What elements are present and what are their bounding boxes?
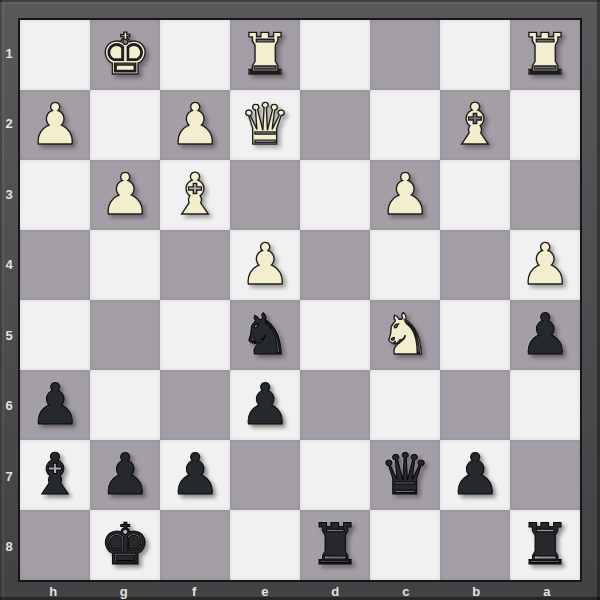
square-f4[interactable] [160,230,230,300]
square-d5[interactable] [300,300,370,370]
square-f1[interactable] [160,20,230,90]
rank-label-2: 2 [0,89,18,160]
square-a5[interactable]: ♟ [510,300,580,370]
square-e7[interactable] [230,440,300,510]
square-b1[interactable] [440,20,510,90]
square-f6[interactable] [160,370,230,440]
black-rook-a8[interactable]: ♜ [510,510,580,580]
square-a1[interactable]: ♜ [510,20,580,90]
square-c2[interactable] [370,90,440,160]
file-label-f: f [159,582,230,600]
square-b2[interactable]: ♝ [440,90,510,160]
white-pawn-g3[interactable]: ♟ [90,160,160,230]
square-h2[interactable]: ♟ [20,90,90,160]
square-f5[interactable] [160,300,230,370]
square-b5[interactable] [440,300,510,370]
file-label-c: c [371,582,442,600]
file-label-e: e [230,582,301,600]
white-pawn-a4[interactable]: ♟ [510,230,580,300]
rank-label-5: 5 [0,300,18,371]
rank-label-6: 6 [0,371,18,442]
white-pawn-f2[interactable]: ♟ [160,90,230,160]
square-e1[interactable]: ♜ [230,20,300,90]
square-c3[interactable]: ♟ [370,160,440,230]
square-g1[interactable]: ♚ [90,20,160,90]
square-h1[interactable] [20,20,90,90]
file-label-b: b [441,582,512,600]
square-f2[interactable]: ♟ [160,90,230,160]
file-label-g: g [89,582,160,600]
white-pawn-c3[interactable]: ♟ [370,160,440,230]
square-h3[interactable] [20,160,90,230]
square-a8[interactable]: ♜ [510,510,580,580]
rank-label-8: 8 [0,512,18,583]
square-h6[interactable]: ♟ [20,370,90,440]
white-rook-e1[interactable]: ♜ [230,20,300,90]
square-a4[interactable]: ♟ [510,230,580,300]
square-g3[interactable]: ♟ [90,160,160,230]
square-c6[interactable] [370,370,440,440]
square-d7[interactable] [300,440,370,510]
square-b3[interactable] [440,160,510,230]
white-pawn-e4[interactable]: ♟ [230,230,300,300]
square-h7[interactable]: ♝ [20,440,90,510]
black-pawn-f7[interactable]: ♟ [160,440,230,510]
square-h4[interactable] [20,230,90,300]
black-rook-d8[interactable]: ♜ [300,510,370,580]
square-c5[interactable]: ♞ [370,300,440,370]
rank-labels: 12345678 [0,18,18,582]
square-d8[interactable]: ♜ [300,510,370,580]
black-pawn-b7[interactable]: ♟ [440,440,510,510]
black-knight-e5[interactable]: ♞ [230,300,300,370]
square-g4[interactable] [90,230,160,300]
square-h8[interactable] [20,510,90,580]
square-e8[interactable] [230,510,300,580]
square-g7[interactable]: ♟ [90,440,160,510]
square-b7[interactable]: ♟ [440,440,510,510]
white-knight-c5[interactable]: ♞ [370,300,440,370]
square-c7[interactable]: ♛ [370,440,440,510]
black-pawn-g7[interactable]: ♟ [90,440,160,510]
square-d2[interactable] [300,90,370,160]
white-bishop-f3[interactable]: ♝ [160,160,230,230]
chessboard-window: 12345678 ♚♜♜♟♟♛♝♟♝♟♟♟♞♞♟♟♟♝♟♟♛♟♚♜♜ hgfed… [0,0,600,600]
black-bishop-h7[interactable]: ♝ [20,440,90,510]
square-a3[interactable] [510,160,580,230]
square-a7[interactable] [510,440,580,510]
square-g6[interactable] [90,370,160,440]
white-pawn-h2[interactable]: ♟ [20,90,90,160]
rank-label-4: 4 [0,230,18,301]
square-e2[interactable]: ♛ [230,90,300,160]
square-e5[interactable]: ♞ [230,300,300,370]
square-g2[interactable] [90,90,160,160]
square-e4[interactable]: ♟ [230,230,300,300]
square-g8[interactable]: ♚ [90,510,160,580]
square-f7[interactable]: ♟ [160,440,230,510]
square-e6[interactable]: ♟ [230,370,300,440]
square-b6[interactable] [440,370,510,440]
black-pawn-h6[interactable]: ♟ [20,370,90,440]
square-e3[interactable] [230,160,300,230]
white-bishop-b2[interactable]: ♝ [440,90,510,160]
square-c4[interactable] [370,230,440,300]
white-rook-a1[interactable]: ♜ [510,20,580,90]
square-f3[interactable]: ♝ [160,160,230,230]
board: ♚♜♜♟♟♛♝♟♝♟♟♟♞♞♟♟♟♝♟♟♛♟♚♜♜ [18,18,582,582]
file-label-h: h [18,582,89,600]
square-c8[interactable] [370,510,440,580]
square-d3[interactable] [300,160,370,230]
square-b8[interactable] [440,510,510,580]
black-king-g8[interactable]: ♚ [90,510,160,580]
square-g5[interactable] [90,300,160,370]
square-d4[interactable] [300,230,370,300]
file-labels: hgfedcba [18,582,582,600]
square-c1[interactable] [370,20,440,90]
file-label-d: d [300,582,371,600]
rank-label-7: 7 [0,441,18,512]
square-f8[interactable] [160,510,230,580]
square-a6[interactable] [510,370,580,440]
square-d1[interactable] [300,20,370,90]
rank-label-1: 1 [0,18,18,89]
square-h5[interactable] [20,300,90,370]
white-queen-e2[interactable]: ♛ [230,90,300,160]
square-b4[interactable] [440,230,510,300]
square-d6[interactable] [300,370,370,440]
white-king-g1[interactable]: ♚ [90,20,160,90]
black-pawn-e6[interactable]: ♟ [230,370,300,440]
black-queen-c7[interactable]: ♛ [370,440,440,510]
black-pawn-a5[interactable]: ♟ [510,300,580,370]
square-a2[interactable] [510,90,580,160]
file-label-a: a [512,582,583,600]
rank-label-3: 3 [0,159,18,230]
